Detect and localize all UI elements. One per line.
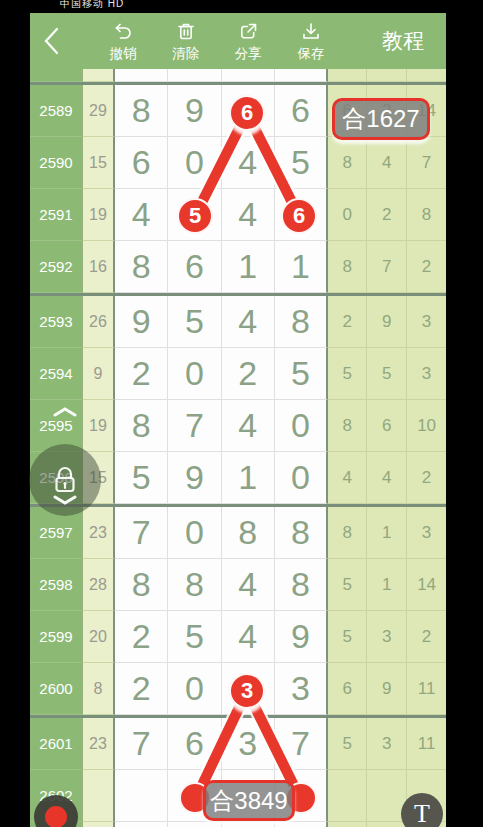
digit-cell[interactable]: 6 (275, 189, 328, 241)
digit-cell[interactable]: 3 (275, 663, 328, 715)
stat-cell[interactable]: 2 (328, 296, 367, 348)
table-row: 2596155910442 (30, 452, 446, 504)
carrier-label: 中国移动 HD (60, 0, 124, 11)
table-row (30, 69, 446, 82)
trend-grid[interactable]: 2589298966621425901560458472591194546028… (30, 69, 446, 827)
save-button[interactable]: 保存 (297, 20, 324, 63)
digit-cell[interactable]: 4 (222, 559, 275, 611)
digit-cell[interactable]: 5 (168, 611, 221, 663)
digit-cell[interactable]: 5 (115, 452, 168, 504)
sum-cell: 16 (83, 241, 115, 293)
stat-cell[interactable]: 8 (407, 189, 446, 241)
status-bar: 中国移动 HD (0, 0, 483, 13)
digit-cell[interactable]: 5 (275, 137, 328, 189)
digit-cell[interactable]: 2 (115, 611, 168, 663)
share-icon (236, 20, 260, 44)
stat-cell[interactable] (328, 822, 367, 827)
digit-cell[interactable]: 6 (222, 85, 275, 137)
table-row: 2590156045847 (30, 137, 446, 189)
clear-label: 清除 (172, 45, 199, 63)
stat-cell[interactable]: 0 (328, 189, 367, 241)
stat-cell[interactable]: 9 (367, 296, 406, 348)
digit-cell[interactable]: 8 (275, 296, 328, 348)
digit-cell[interactable] (168, 770, 221, 822)
stat-cell[interactable]: 10 (407, 400, 446, 452)
sum-cell: 8 (83, 663, 115, 715)
digit-cell[interactable]: 8 (222, 507, 275, 559)
digit-cell[interactable]: 6 (275, 85, 328, 137)
sum-cell: 9 (83, 348, 115, 400)
stat-cell[interactable]: 5 (328, 348, 367, 400)
stat-cell[interactable]: 3 (367, 718, 406, 770)
sum-cell: 19 (83, 189, 115, 241)
digit-cell[interactable]: 5 (168, 296, 221, 348)
stat-cell[interactable]: 5 (328, 718, 367, 770)
issue-cell: 2596 (30, 452, 83, 504)
stat-cell[interactable]: 8 (328, 241, 367, 293)
stat-cell[interactable]: 2 (407, 611, 446, 663)
digit-cell[interactable]: 9 (168, 85, 221, 137)
sum-cell (83, 69, 115, 82)
stat-cell[interactable]: 14 (407, 85, 446, 137)
digit-cell[interactable]: 7 (275, 718, 328, 770)
digit-cell[interactable]: 1 (275, 241, 328, 293)
record-dot-icon (45, 806, 67, 827)
toolbar: 撤销 清除 分享 保存 教程 (30, 13, 446, 69)
stat-cell[interactable]: 2 (367, 85, 406, 137)
table-row: 25982888485114 (30, 559, 446, 611)
stat-cell[interactable]: 3 (407, 348, 446, 400)
digit-cell[interactable] (115, 822, 168, 827)
table-row: 2602 (30, 770, 446, 822)
stat-cell[interactable] (328, 770, 367, 822)
digit-cell[interactable]: 0 (168, 137, 221, 189)
digit-cell[interactable] (275, 69, 328, 82)
digit-cell[interactable]: 8 (115, 400, 168, 452)
stat-cell[interactable] (328, 69, 367, 82)
digit-cell[interactable]: 4 (222, 400, 275, 452)
digit-cell[interactable]: 1 (222, 452, 275, 504)
stat-cell[interactable]: 6 (328, 663, 367, 715)
table-row: 2593269548293 (30, 296, 446, 348)
stat-cell[interactable]: 8 (328, 507, 367, 559)
digit-cell[interactable]: 9 (115, 296, 168, 348)
stat-cell[interactable]: 6 (328, 85, 367, 137)
digit-cell[interactable]: 8 (275, 559, 328, 611)
sum-cell: 15 (83, 452, 115, 504)
digit-cell[interactable]: 8 (168, 559, 221, 611)
digit-cell[interactable]: 0 (168, 507, 221, 559)
stat-cell[interactable]: 1 (367, 559, 406, 611)
download-icon (299, 20, 323, 44)
sum-cell: 29 (83, 85, 115, 137)
stat-cell[interactable]: 14 (407, 559, 446, 611)
digit-cell[interactable]: 9 (275, 611, 328, 663)
table-row: 2599202549532 (30, 611, 446, 663)
digit-cell[interactable]: 0 (168, 663, 221, 715)
digit-cell[interactable]: 4 (115, 189, 168, 241)
stat-cell[interactable]: 6 (367, 400, 406, 452)
phone-screen: 中国移动 HD 撤销 清除 分享 (0, 0, 483, 827)
digit-cell[interactable]: 8 (115, 559, 168, 611)
sum-cell (83, 770, 115, 822)
table-row: 2600820336911 (30, 663, 446, 715)
toolbar-actions: 撤销 清除 分享 保存 (74, 20, 360, 63)
table-row (30, 822, 446, 827)
stat-cell[interactable]: 3 (367, 611, 406, 663)
issue-cell: 2598 (30, 559, 83, 611)
stat-cell[interactable]: 3 (407, 296, 446, 348)
share-label: 分享 (235, 45, 262, 63)
digit-cell[interactable]: 4 (222, 296, 275, 348)
tutorial-button[interactable]: 教程 (360, 27, 446, 55)
sum-cell: 23 (83, 507, 115, 559)
digit-cell[interactable] (222, 822, 275, 827)
digit-cell[interactable] (168, 69, 221, 82)
digit-cell[interactable] (115, 69, 168, 82)
stat-cell[interactable]: 8 (328, 400, 367, 452)
digit-cell[interactable]: 6 (168, 241, 221, 293)
digit-cell[interactable]: 8 (275, 507, 328, 559)
digit-cell[interactable]: 3 (222, 718, 275, 770)
stat-cell[interactable]: 5 (328, 611, 367, 663)
stat-cell[interactable]: 5 (367, 348, 406, 400)
digit-cell[interactable]: 7 (115, 507, 168, 559)
issue-cell: 2597 (30, 507, 83, 559)
issue-cell: 2589 (30, 85, 83, 137)
issue-cell: 2593 (30, 296, 83, 348)
stat-cell[interactable]: 11 (407, 663, 446, 715)
undo-label: 撤销 (110, 45, 137, 63)
stat-cell[interactable]: 7 (367, 241, 406, 293)
digit-cell[interactable]: 4 (222, 137, 275, 189)
stat-cell[interactable]: 2 (407, 241, 446, 293)
sum-cell: 28 (83, 559, 115, 611)
stat-cell[interactable]: 2 (367, 189, 406, 241)
digit-cell[interactable]: 3 (222, 663, 275, 715)
stat-cell[interactable] (367, 822, 406, 827)
digit-cell[interactable]: 7 (115, 718, 168, 770)
issue-cell: 2600 (30, 663, 83, 715)
digit-cell[interactable]: 2 (115, 663, 168, 715)
digit-cell[interactable]: 8 (115, 85, 168, 137)
issue-cell: 2601 (30, 718, 83, 770)
sum-cell: 26 (83, 296, 115, 348)
digit-cell[interactable]: 0 (168, 348, 221, 400)
stat-cell[interactable]: 8 (328, 137, 367, 189)
issue-cell: 2591 (30, 189, 83, 241)
stat-cell[interactable] (367, 69, 406, 82)
digit-cell[interactable]: 1 (222, 241, 275, 293)
digit-cell[interactable]: 6 (168, 718, 221, 770)
digit-cell[interactable]: 8 (115, 241, 168, 293)
table-row: 25892989666214 (30, 85, 446, 137)
stat-cell[interactable]: 2 (407, 452, 446, 504)
table-row: 259492025553 (30, 348, 446, 400)
digit-cell[interactable]: 5 (168, 189, 221, 241)
back-button[interactable] (30, 13, 74, 69)
stat-cell[interactable]: 9 (367, 663, 406, 715)
stat-cell[interactable]: 3 (407, 507, 446, 559)
issue-cell: 2590 (30, 137, 83, 189)
issue-cell: 2595 (30, 400, 83, 452)
digit-cell[interactable]: 5 (275, 348, 328, 400)
sum-cell: 23 (83, 718, 115, 770)
digit-cell[interactable] (275, 770, 328, 822)
issue-cell: 2594 (30, 348, 83, 400)
digit-cell[interactable] (275, 822, 328, 827)
digit-cell[interactable]: 6 (115, 137, 168, 189)
clear-button[interactable]: 清除 (172, 20, 199, 63)
save-label: 保存 (297, 45, 324, 63)
lottery-chart-app: 撤销 清除 分享 保存 教程 2589298966621425901560458… (30, 13, 446, 827)
stat-cell[interactable]: 7 (407, 137, 446, 189)
table-row: 2591194546028 (30, 189, 446, 241)
digit-cell[interactable] (222, 69, 275, 82)
digit-cell[interactable]: 0 (275, 452, 328, 504)
digit-cell[interactable]: 4 (222, 189, 275, 241)
sum-cell: 20 (83, 611, 115, 663)
digit-cell[interactable] (115, 770, 168, 822)
digit-cell[interactable]: 4 (222, 611, 275, 663)
sum-cell: 15 (83, 137, 115, 189)
digit-cell[interactable]: 2 (115, 348, 168, 400)
stat-cell[interactable]: 5 (328, 559, 367, 611)
digit-cell[interactable]: 9 (168, 452, 221, 504)
stat-cell[interactable]: 11 (407, 718, 446, 770)
digit-cell[interactable]: 0 (275, 400, 328, 452)
table-row: 26012376375311 (30, 718, 446, 770)
sum-cell: 19 (83, 400, 115, 452)
table-row: 2597237088813 (30, 507, 446, 559)
digit-cell[interactable] (222, 770, 275, 822)
stat-cell[interactable]: 4 (367, 452, 406, 504)
undo-button[interactable]: 撤销 (110, 20, 137, 63)
digit-cell[interactable] (168, 822, 221, 827)
digit-cell[interactable]: 2 (222, 348, 275, 400)
stat-cell[interactable]: 1 (367, 507, 406, 559)
table-row: 2592168611872 (30, 241, 446, 293)
share-button[interactable]: 分享 (235, 20, 262, 63)
sum-cell (83, 822, 115, 827)
issue-cell: 2592 (30, 241, 83, 293)
stat-cell[interactable]: 4 (367, 137, 406, 189)
issue-cell: 2599 (30, 611, 83, 663)
stat-cell[interactable]: 4 (328, 452, 367, 504)
back-chevron-icon (41, 26, 63, 56)
table-row: 25951987408610 (30, 400, 446, 452)
stat-cell[interactable] (407, 69, 446, 82)
issue-cell (30, 69, 83, 82)
text-tool-button[interactable]: T (401, 793, 443, 827)
undo-icon (111, 20, 135, 44)
trash-icon (174, 20, 198, 44)
digit-cell[interactable]: 7 (168, 400, 221, 452)
